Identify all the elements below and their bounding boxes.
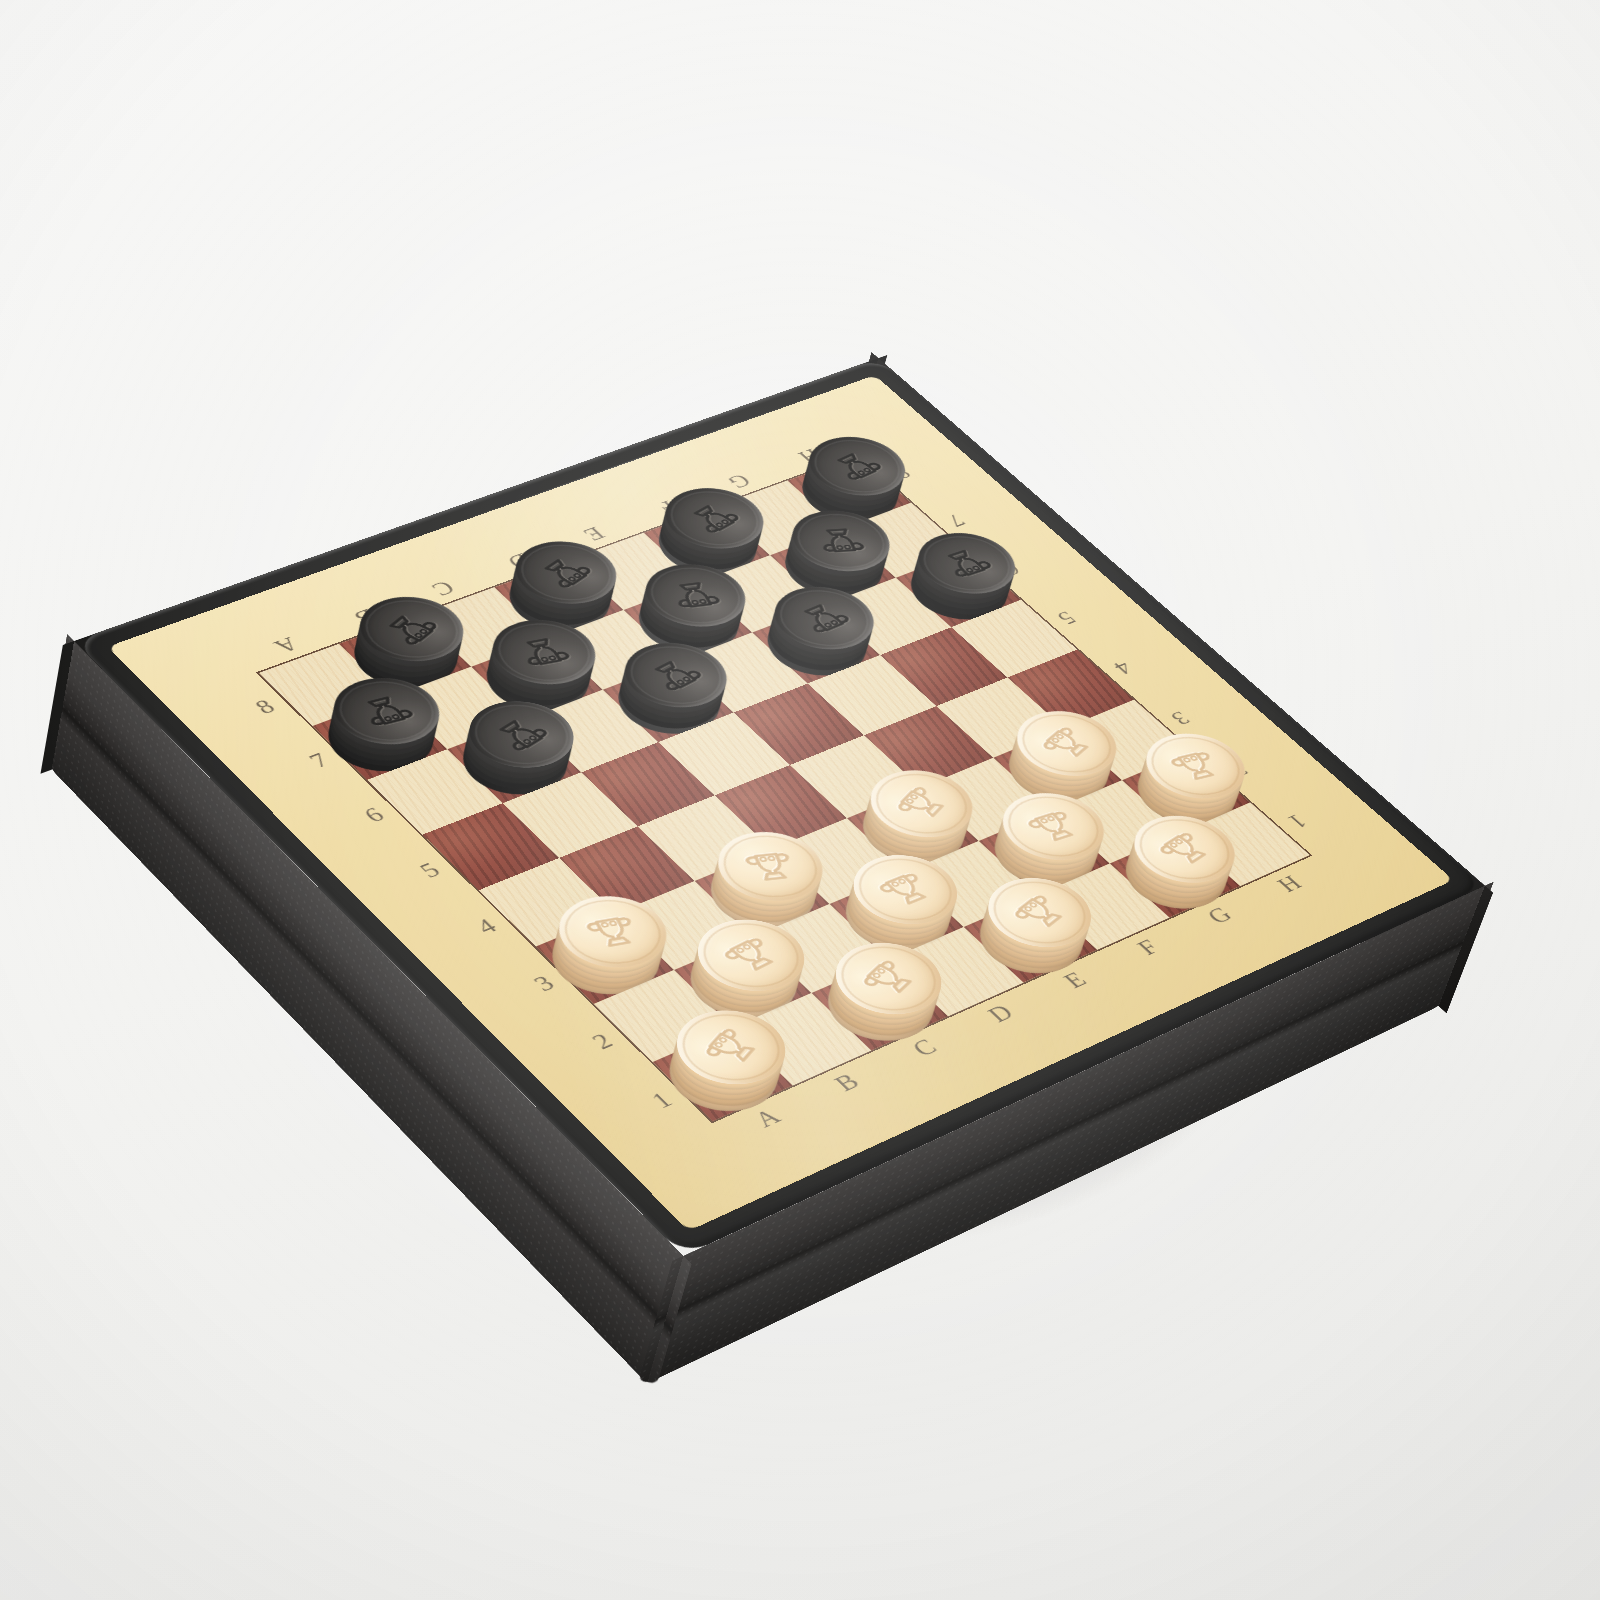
trophy-icon	[1149, 738, 1241, 794]
coordinate-label: A	[233, 618, 339, 673]
game-case: ABCDEFGH ABCDEFGH 87654321 87654321	[74, 358, 1485, 1256]
trophy-icon	[652, 570, 739, 620]
trophy-icon	[362, 598, 461, 660]
photo-background: ABCDEFGH ABCDEFGH 87654321 87654321	[0, 0, 1600, 1600]
trophy-icon	[680, 1012, 781, 1083]
trophy-icon	[498, 625, 590, 680]
trophy-icon	[800, 518, 881, 563]
white-checker-g1[interactable]	[1105, 829, 1246, 920]
trophy-icon	[1005, 796, 1101, 857]
trophy-icon	[725, 839, 814, 893]
square-h6[interactable]	[896, 551, 1021, 627]
trophy-icon	[565, 902, 659, 962]
trophy-icon	[338, 682, 435, 741]
square-d6[interactable]	[603, 661, 734, 742]
